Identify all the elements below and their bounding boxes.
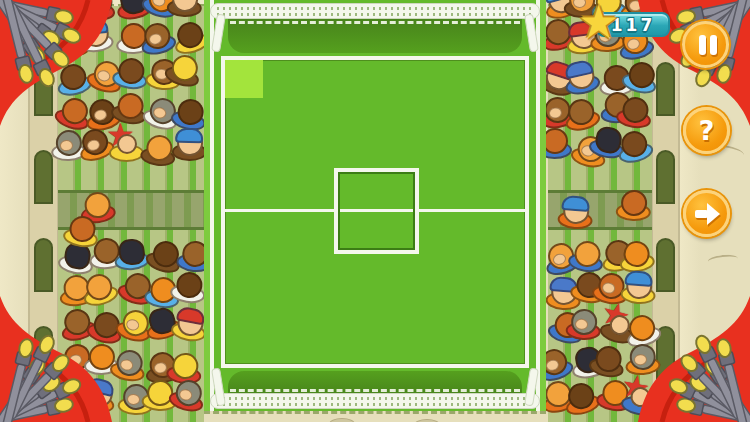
ground-strip (204, 411, 546, 422)
corner-drape-bottom-right (580, 122, 750, 422)
corner-drape-bottom-left (0, 122, 170, 422)
bottom-goal-crossbar (210, 393, 540, 409)
goal-net (217, 7, 533, 10)
goal-net-fringe (230, 21, 520, 24)
goal-net-fringe (230, 389, 520, 392)
spectator (174, 130, 207, 163)
pause-button[interactable] (682, 21, 729, 68)
spectator (171, 270, 207, 306)
pebble (329, 418, 355, 422)
game-screen: ★ ★★ ♚♟♟♟♟♟♟♟♟♚ (0, 0, 750, 422)
spectator (169, 0, 202, 18)
soccer-field: ♚♟♟♟♟♟♟♟♟♚ (204, 0, 546, 422)
star-icon: ★ (578, 0, 619, 45)
pause-icon (699, 35, 706, 55)
help-button[interactable]: ? (683, 107, 730, 154)
question-icon: ? (686, 115, 727, 146)
next-button[interactable] (683, 190, 730, 237)
arrow-right-icon (707, 203, 720, 225)
top-goal-crossbar (210, 3, 540, 19)
square-h1[interactable] (225, 60, 263, 98)
center-box (334, 168, 419, 254)
goal-net (217, 13, 533, 16)
spectator-cap (175, 128, 203, 143)
goal-net (217, 397, 533, 400)
pause-icon (710, 35, 717, 55)
goal-net (217, 403, 533, 406)
